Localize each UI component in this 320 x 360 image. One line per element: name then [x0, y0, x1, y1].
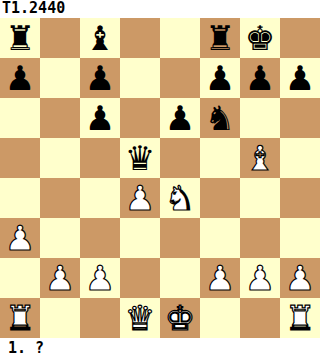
black-pawn: ♟ [165, 98, 195, 138]
black-queen: ♛ [125, 138, 155, 178]
square-e3[interactable] [160, 218, 200, 258]
square-e8[interactable] [160, 18, 200, 58]
square-a8[interactable]: ♜ [0, 18, 40, 58]
square-b7[interactable] [40, 58, 80, 98]
square-d6[interactable] [120, 98, 160, 138]
square-c5[interactable] [80, 138, 120, 178]
square-e7[interactable] [160, 58, 200, 98]
black-pawn: ♟ [85, 58, 115, 98]
square-e6[interactable]: ♟ [160, 98, 200, 138]
square-a3[interactable]: ♟ [0, 218, 40, 258]
white-rook: ♜ [5, 298, 35, 338]
square-a4[interactable] [0, 178, 40, 218]
white-pawn: ♟ [285, 258, 315, 298]
square-f3[interactable] [200, 218, 240, 258]
square-c1[interactable] [80, 298, 120, 338]
square-e1[interactable]: ♚ [160, 298, 200, 338]
square-c7[interactable]: ♟ [80, 58, 120, 98]
square-a1[interactable]: ♜ [0, 298, 40, 338]
square-d1[interactable]: ♛ [120, 298, 160, 338]
square-f4[interactable] [200, 178, 240, 218]
square-c3[interactable] [80, 218, 120, 258]
square-h4[interactable] [280, 178, 320, 218]
square-b3[interactable] [40, 218, 80, 258]
square-f8[interactable]: ♜ [200, 18, 240, 58]
square-c2[interactable]: ♟ [80, 258, 120, 298]
square-b2[interactable]: ♟ [40, 258, 80, 298]
chess-board: ♜♝♜♚♟♟♟♟♟♟♟♞♛♝♟♞♟♟♟♟♟♟♜♛♚♜ [0, 18, 320, 338]
white-bishop: ♝ [245, 138, 275, 178]
black-pawn: ♟ [245, 58, 275, 98]
black-pawn: ♟ [5, 58, 35, 98]
square-a2[interactable] [0, 258, 40, 298]
square-h6[interactable] [280, 98, 320, 138]
white-pawn: ♟ [45, 258, 75, 298]
black-bishop: ♝ [85, 18, 115, 58]
white-rook: ♜ [285, 298, 315, 338]
black-knight: ♞ [205, 98, 235, 138]
black-pawn: ♟ [85, 98, 115, 138]
square-c6[interactable]: ♟ [80, 98, 120, 138]
square-c4[interactable] [80, 178, 120, 218]
square-e2[interactable] [160, 258, 200, 298]
square-f7[interactable]: ♟ [200, 58, 240, 98]
square-d3[interactable] [120, 218, 160, 258]
square-f6[interactable]: ♞ [200, 98, 240, 138]
white-king: ♚ [165, 298, 195, 338]
black-pawn: ♟ [205, 58, 235, 98]
move-prompt: 1. ? [0, 338, 320, 360]
puzzle-id-title: T1.2440 [0, 0, 320, 18]
square-g2[interactable]: ♟ [240, 258, 280, 298]
square-b5[interactable] [40, 138, 80, 178]
white-pawn: ♟ [125, 178, 155, 218]
square-e4[interactable]: ♞ [160, 178, 200, 218]
white-queen: ♛ [125, 298, 155, 338]
square-d4[interactable]: ♟ [120, 178, 160, 218]
square-f5[interactable] [200, 138, 240, 178]
black-king: ♚ [245, 18, 275, 58]
black-rook: ♜ [5, 18, 35, 58]
square-b1[interactable] [40, 298, 80, 338]
square-a5[interactable] [0, 138, 40, 178]
square-g1[interactable] [240, 298, 280, 338]
square-c8[interactable]: ♝ [80, 18, 120, 58]
square-g3[interactable] [240, 218, 280, 258]
square-d8[interactable] [120, 18, 160, 58]
square-g7[interactable]: ♟ [240, 58, 280, 98]
square-d2[interactable] [120, 258, 160, 298]
square-b8[interactable] [40, 18, 80, 58]
square-d7[interactable] [120, 58, 160, 98]
white-pawn: ♟ [205, 258, 235, 298]
square-e5[interactable] [160, 138, 200, 178]
black-pawn: ♟ [285, 58, 315, 98]
square-h7[interactable]: ♟ [280, 58, 320, 98]
square-d5[interactable]: ♛ [120, 138, 160, 178]
square-g8[interactable]: ♚ [240, 18, 280, 58]
square-f1[interactable] [200, 298, 240, 338]
square-f2[interactable]: ♟ [200, 258, 240, 298]
white-pawn: ♟ [85, 258, 115, 298]
square-b6[interactable] [40, 98, 80, 138]
square-g5[interactable]: ♝ [240, 138, 280, 178]
square-h3[interactable] [280, 218, 320, 258]
black-rook: ♜ [205, 18, 235, 58]
square-b4[interactable] [40, 178, 80, 218]
square-h8[interactable] [280, 18, 320, 58]
white-knight: ♞ [165, 178, 195, 218]
square-a7[interactable]: ♟ [0, 58, 40, 98]
square-h5[interactable] [280, 138, 320, 178]
square-h1[interactable]: ♜ [280, 298, 320, 338]
square-g6[interactable] [240, 98, 280, 138]
square-a6[interactable] [0, 98, 40, 138]
square-g4[interactable] [240, 178, 280, 218]
white-pawn: ♟ [5, 218, 35, 258]
white-pawn: ♟ [245, 258, 275, 298]
square-h2[interactable]: ♟ [280, 258, 320, 298]
